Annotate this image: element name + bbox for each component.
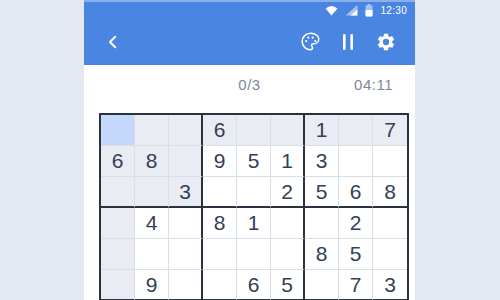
theme-button[interactable] — [299, 31, 321, 53]
settings-gear-icon — [376, 32, 396, 52]
back-chevron-icon — [104, 33, 122, 51]
cell-r5c4[interactable]: 6 — [237, 270, 271, 300]
cell-r2c2[interactable]: 3 — [169, 177, 203, 208]
cell-r3c2[interactable] — [169, 208, 203, 239]
cell-r0c4[interactable] — [237, 115, 271, 146]
cell-r5c2[interactable] — [169, 270, 203, 300]
cell-r1c1[interactable]: 8 — [135, 146, 169, 177]
status-bar: 12:30 — [325, 3, 407, 17]
cell-r3c7[interactable]: 2 — [339, 208, 373, 239]
cell-r5c3[interactable] — [203, 270, 237, 300]
cell-r1c5[interactable]: 1 — [271, 146, 305, 177]
cell-r0c6[interactable]: 1 — [305, 115, 339, 146]
cell-r0c8[interactable]: 7 — [373, 115, 407, 146]
cell-r4c4[interactable] — [237, 239, 271, 270]
cell-r5c8[interactable]: 3 — [373, 270, 407, 300]
game-stats-row: 0/3 04:11 — [84, 76, 415, 98]
cell-r2c1[interactable] — [135, 177, 169, 208]
cell-r0c5[interactable] — [271, 115, 305, 146]
cell-r1c3[interactable]: 9 — [203, 146, 237, 177]
nav-actions — [299, 31, 415, 53]
back-button[interactable] — [100, 29, 126, 55]
cell-r0c7[interactable] — [339, 115, 373, 146]
cell-r3c4[interactable]: 1 — [237, 208, 271, 239]
cell-r4c6[interactable]: 8 — [305, 239, 339, 270]
nav-bar — [84, 18, 415, 65]
cell-r1c4[interactable]: 5 — [237, 146, 271, 177]
settings-button[interactable] — [375, 31, 397, 53]
sudoku-grid: 6176895133256848128596573 — [99, 113, 409, 300]
cell-r0c2[interactable] — [169, 115, 203, 146]
battery-icon — [365, 4, 373, 17]
cell-r2c4[interactable] — [237, 177, 271, 208]
palette-icon — [300, 31, 321, 52]
cell-r5c5[interactable]: 5 — [271, 270, 305, 300]
status-time: 12:30 — [380, 5, 407, 16]
cell-r1c6[interactable]: 3 — [305, 146, 339, 177]
cell-r3c5[interactable] — [271, 208, 305, 239]
cell-r5c1[interactable]: 9 — [135, 270, 169, 300]
cell-r5c6[interactable] — [305, 270, 339, 300]
cell-r1c8[interactable] — [373, 146, 407, 177]
cell-r1c2[interactable] — [169, 146, 203, 177]
cell-r5c7[interactable]: 7 — [339, 270, 373, 300]
app-header: 12:30 — [84, 0, 415, 65]
cell-r4c3[interactable] — [203, 239, 237, 270]
cell-r2c8[interactable]: 8 — [373, 177, 407, 208]
cell-r2c3[interactable] — [203, 177, 237, 208]
cell-r3c3[interactable]: 8 — [203, 208, 237, 239]
cell-r3c0[interactable] — [101, 208, 135, 239]
cell-r2c0[interactable] — [101, 177, 135, 208]
pause-icon — [341, 33, 355, 51]
pause-button[interactable] — [337, 31, 359, 53]
cell-r2c5[interactable]: 2 — [271, 177, 305, 208]
cell-r3c1[interactable]: 4 — [135, 208, 169, 239]
cell-r3c8[interactable] — [373, 208, 407, 239]
game-timer: 04:11 — [354, 76, 393, 93]
cell-r0c0[interactable] — [101, 115, 135, 146]
cell-r4c1[interactable] — [135, 239, 169, 270]
cell-r4c7[interactable]: 5 — [339, 239, 373, 270]
cell-r4c2[interactable] — [169, 239, 203, 270]
cell-r4c0[interactable] — [101, 239, 135, 270]
cell-r0c1[interactable] — [135, 115, 169, 146]
cell-r2c6[interactable]: 5 — [305, 177, 339, 208]
wifi-icon — [325, 5, 338, 16]
cell-r1c0[interactable]: 6 — [101, 146, 135, 177]
cell-r0c3[interactable]: 6 — [203, 115, 237, 146]
cell-r2c7[interactable]: 6 — [339, 177, 373, 208]
cell-r4c8[interactable] — [373, 239, 407, 270]
cell-r4c5[interactable] — [271, 239, 305, 270]
cell-r3c6[interactable] — [305, 208, 339, 239]
cell-r1c7[interactable] — [339, 146, 373, 177]
cell-signal-icon — [345, 5, 358, 16]
app-screen: 12:30 — [84, 0, 415, 300]
cell-r5c0[interactable] — [101, 270, 135, 300]
